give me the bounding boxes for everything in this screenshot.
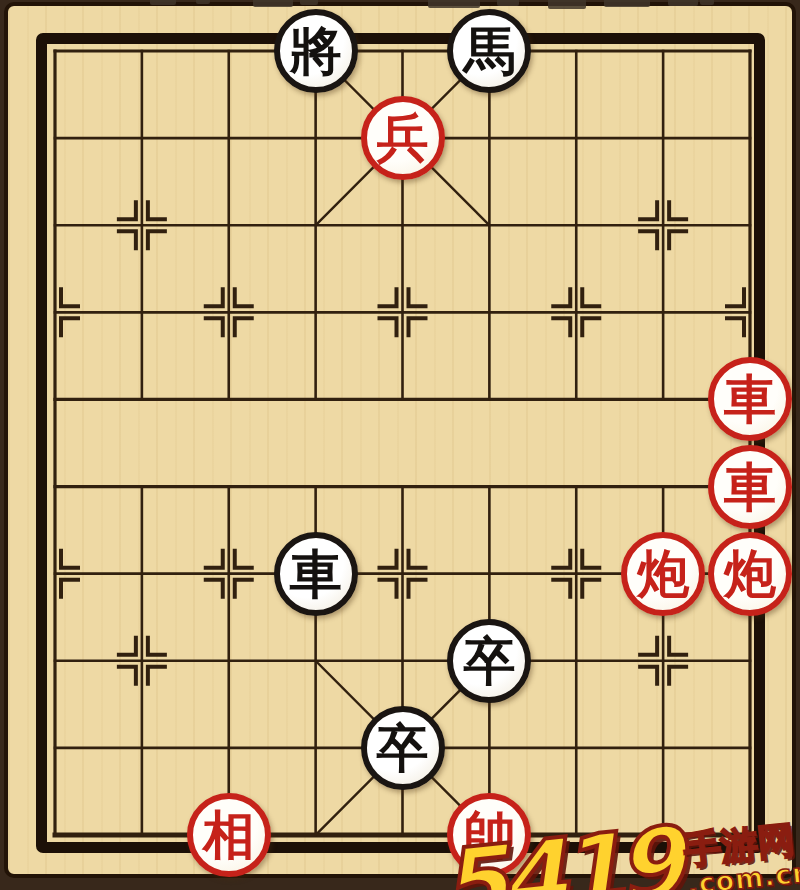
text-fragment xyxy=(253,0,293,7)
watermark-text-column: 手游网 .com.cn xyxy=(682,819,800,890)
red-chariot-ju-1[interactable]: 車 xyxy=(708,357,792,441)
black-soldier-zu-1[interactable]: 卒 xyxy=(447,619,531,703)
black-chariot-ju[interactable]: 車 xyxy=(274,532,358,616)
piece-glyph: 炮 xyxy=(637,548,689,600)
piece-glyph: 車 xyxy=(724,461,776,513)
text-fragment xyxy=(548,0,586,9)
text-fragment xyxy=(668,0,698,6)
red-chariot-ju-2[interactable]: 車 xyxy=(708,445,792,529)
piece-glyph: 車 xyxy=(290,548,342,600)
red-cannon-pao-2[interactable]: 炮 xyxy=(708,532,792,616)
piece-glyph: 卒 xyxy=(377,722,429,774)
piece-glyph: 兵 xyxy=(377,112,429,164)
xiangqi-screenshot: 將馬兵車車車炮炮卒卒相帥 5419 手游网 .com.cn xyxy=(0,0,800,890)
text-fragment xyxy=(150,0,176,5)
red-cannon-pao-1[interactable]: 炮 xyxy=(621,532,705,616)
text-fragment xyxy=(700,0,714,5)
text-fragment xyxy=(604,0,650,7)
piece-glyph: 馬 xyxy=(463,25,515,77)
text-fragment xyxy=(497,0,519,6)
text-fragment xyxy=(428,0,480,8)
red-soldier-bing[interactable]: 兵 xyxy=(361,96,445,180)
black-horse-ma[interactable]: 馬 xyxy=(447,9,531,93)
cropped-title-fragments xyxy=(0,0,800,14)
piece-glyph: 炮 xyxy=(724,548,776,600)
red-elephant-xiang[interactable]: 相 xyxy=(187,793,271,877)
text-fragment xyxy=(196,0,210,4)
pieces-layer: 將馬兵車車車炮炮卒卒相帥 xyxy=(0,0,800,890)
piece-glyph: 卒 xyxy=(463,635,515,687)
text-fragment xyxy=(300,0,318,5)
piece-glyph: 將 xyxy=(290,25,342,77)
black-soldier-zu-2[interactable]: 卒 xyxy=(361,706,445,790)
watermark-digits: 5419 xyxy=(435,821,679,890)
piece-glyph: 相 xyxy=(203,809,255,861)
black-general-jiang[interactable]: 將 xyxy=(274,9,358,93)
piece-glyph: 車 xyxy=(724,373,776,425)
